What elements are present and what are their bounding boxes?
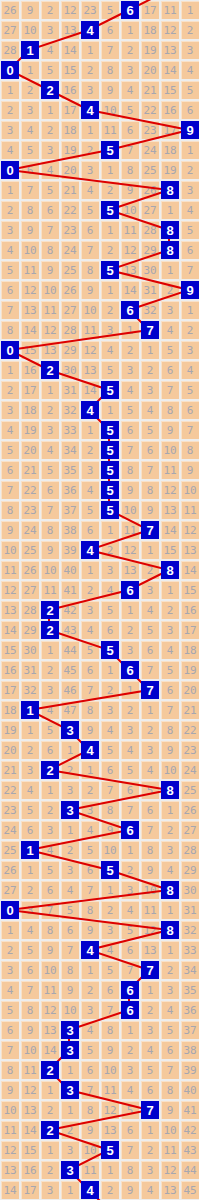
miss-count-cell: 13 [81, 361, 99, 379]
miss-count-cell: 4 [41, 161, 59, 179]
miss-count-cell: 3 [61, 1141, 79, 1159]
miss-count-cell: 10 [101, 841, 119, 859]
miss-count-cell: 3 [121, 61, 139, 79]
miss-count-cell: 13 [61, 21, 79, 39]
miss-count-cell: 1 [121, 321, 139, 339]
miss-count-cell: 6 [1, 281, 19, 299]
drawn-digit-cell: 3 [61, 801, 79, 819]
miss-count-cell: 5 [121, 921, 139, 939]
miss-count-cell: 3 [181, 41, 199, 59]
miss-count-cell: 5 [81, 1041, 99, 1059]
miss-count-cell: 17 [21, 1181, 39, 1199]
miss-count-cell: 5 [81, 201, 99, 219]
miss-count-cell: 4 [101, 581, 119, 599]
miss-count-cell: 2 [101, 901, 119, 919]
miss-count-cell: 8 [41, 521, 59, 539]
miss-count-cell: 6 [81, 661, 99, 679]
miss-count-cell: 2 [1, 941, 19, 959]
miss-count-cell: 3 [121, 721, 139, 739]
miss-count-cell: 3 [81, 461, 99, 479]
miss-count-cell: 1 [161, 261, 179, 279]
miss-count-cell: 10 [121, 501, 139, 519]
miss-count-cell: 9 [41, 261, 59, 279]
miss-count-cell: 44 [61, 641, 79, 659]
miss-count-cell: 29 [61, 341, 79, 359]
miss-count-cell: 19 [1, 721, 19, 739]
miss-count-cell: 9 [121, 181, 139, 199]
miss-count-cell: 3 [141, 381, 159, 399]
drawn-digit-cell: 8 [161, 881, 179, 899]
miss-count-cell: 14 [21, 1121, 39, 1139]
miss-count-cell: 25 [21, 541, 39, 559]
miss-count-cell: 1 [141, 541, 159, 559]
miss-count-cell: 2 [41, 1, 59, 19]
miss-count-cell: 3 [21, 901, 39, 919]
miss-count-cell: 11 [1, 1121, 19, 1139]
miss-count-cell: 3 [41, 141, 59, 159]
miss-count-cell: 8 [121, 461, 139, 479]
miss-count-cell: 25 [1, 841, 19, 859]
miss-count-cell: 4 [161, 1001, 179, 1019]
drawn-digit-cell: 4 [81, 101, 99, 119]
miss-count-cell: 7 [41, 501, 59, 519]
drawn-digit-cell: 2 [41, 761, 59, 779]
miss-count-cell: 2 [121, 41, 139, 59]
miss-count-cell: 1 [81, 121, 99, 139]
drawn-digit-cell: 2 [41, 601, 59, 619]
miss-count-cell: 6 [121, 1121, 139, 1139]
miss-count-cell: 12 [21, 1081, 39, 1099]
miss-count-cell: 28 [61, 321, 79, 339]
miss-count-cell: 30 [61, 361, 79, 379]
miss-count-cell: 21 [141, 81, 159, 99]
miss-count-cell: 2 [121, 701, 139, 719]
miss-count-cell: 1 [121, 21, 139, 39]
miss-count-cell: 3 [41, 21, 59, 39]
miss-count-cell: 2 [141, 561, 159, 579]
miss-count-cell: 29 [21, 621, 39, 639]
drawn-digit-cell: 3 [61, 1161, 79, 1179]
miss-count-cell: 27 [141, 201, 159, 219]
miss-count-cell: 7 [161, 701, 179, 719]
miss-count-cell: 7 [81, 681, 99, 699]
miss-count-cell: 21 [1, 761, 19, 779]
miss-count-cell: 4 [41, 701, 59, 719]
miss-count-cell: 24 [141, 141, 159, 159]
miss-count-cell: 20 [141, 61, 159, 79]
miss-count-cell: 45 [181, 1181, 199, 1199]
miss-count-cell: 23 [141, 121, 159, 139]
miss-count-cell: 14 [61, 41, 79, 59]
miss-count-cell: 8 [81, 901, 99, 919]
miss-count-cell: 5 [141, 1061, 159, 1079]
miss-count-cell: 18 [61, 121, 79, 139]
miss-count-cell: 5 [161, 1021, 179, 1039]
miss-count-cell: 3 [1, 961, 19, 979]
miss-count-cell: 13 [141, 941, 159, 959]
miss-count-cell: 13 [1, 601, 19, 619]
miss-count-cell: 4 [121, 741, 139, 759]
miss-count-cell: 13 [161, 501, 179, 519]
miss-count-cell: 2 [1, 101, 19, 119]
miss-count-cell: 2 [121, 861, 139, 879]
miss-count-cell: 17 [1, 681, 19, 699]
miss-count-cell: 25 [61, 261, 79, 279]
miss-count-cell: 8 [101, 1021, 119, 1039]
miss-count-cell: 2 [121, 341, 139, 359]
drawn-digit-cell: 4 [81, 1181, 99, 1199]
miss-count-cell: 1 [101, 401, 119, 419]
miss-count-cell: 1 [81, 41, 99, 59]
miss-count-cell: 8 [141, 841, 159, 859]
miss-count-cell: 16 [21, 361, 39, 379]
miss-count-cell: 5 [61, 901, 79, 919]
miss-count-cell: 7 [181, 261, 199, 279]
miss-count-cell: 2 [41, 801, 59, 819]
miss-count-cell: 10 [1, 541, 19, 559]
miss-count-cell: 3 [121, 881, 139, 899]
miss-count-cell: 13 [181, 541, 199, 559]
miss-count-cell: 5 [101, 1, 119, 19]
miss-count-cell: 7 [141, 461, 159, 479]
miss-count-cell: 14 [41, 1041, 59, 1059]
miss-count-cell: 1 [141, 981, 159, 999]
drawn-digit-cell: 7 [141, 521, 159, 539]
miss-count-cell: 7 [161, 381, 179, 399]
miss-count-cell: 1 [181, 1, 199, 19]
miss-count-cell: 19 [21, 421, 39, 439]
miss-count-cell: 7 [101, 41, 119, 59]
miss-count-cell: 9 [141, 501, 159, 519]
miss-count-cell: 15 [161, 81, 179, 99]
miss-count-cell: 4 [121, 81, 139, 99]
miss-count-cell: 3 [1, 121, 19, 139]
miss-count-cell: 3 [161, 621, 179, 639]
miss-count-cell: 6 [1, 461, 19, 479]
miss-count-cell: 8 [181, 441, 199, 459]
miss-count-cell: 3 [141, 581, 159, 599]
miss-count-cell: 9 [81, 921, 99, 939]
miss-count-cell: 8 [121, 161, 139, 179]
miss-count-cell: 17 [21, 381, 39, 399]
miss-count-cell: 35 [181, 981, 199, 999]
miss-count-cell: 30 [21, 641, 39, 659]
miss-count-cell: 2 [21, 881, 39, 899]
miss-count-cell: 4 [21, 121, 39, 139]
miss-count-cell: 13 [41, 341, 59, 359]
miss-count-cell: 8 [1, 321, 19, 339]
miss-count-cell: 28 [181, 841, 199, 859]
miss-count-cell: 4 [41, 41, 59, 59]
miss-count-cell: 12 [81, 341, 99, 359]
miss-count-cell: 8 [41, 921, 59, 939]
miss-count-cell: 23 [1, 801, 19, 819]
miss-count-cell: 8 [161, 401, 179, 419]
miss-count-cell: 3 [141, 1021, 159, 1039]
miss-count-cell: 7 [81, 881, 99, 899]
miss-count-cell: 9 [81, 281, 99, 299]
drawn-digit-cell: 6 [121, 301, 139, 319]
miss-count-cell: 4 [141, 1181, 159, 1199]
miss-count-cell: 28 [141, 221, 159, 239]
miss-count-cell: 11 [101, 121, 119, 139]
miss-count-cell: 1 [41, 1141, 59, 1159]
miss-count-cell: 7 [121, 961, 139, 979]
miss-count-cell: 2 [141, 361, 159, 379]
miss-count-cell: 1 [141, 341, 159, 359]
drawn-digit-cell: 0 [1, 161, 19, 179]
miss-count-cell: 34 [61, 441, 79, 459]
miss-count-cell: 14 [181, 561, 199, 579]
miss-count-cell: 14 [161, 61, 179, 79]
miss-count-cell: 1 [161, 941, 179, 959]
miss-count-cell: 19 [161, 161, 179, 179]
miss-count-cell: 12 [161, 1161, 179, 1179]
miss-count-cell: 31 [141, 281, 159, 299]
miss-count-cell: 5 [141, 781, 159, 799]
miss-count-cell: 14 [81, 381, 99, 399]
miss-count-cell: 22 [181, 721, 199, 739]
miss-count-cell: 3 [21, 761, 39, 779]
drawn-digit-cell: 4 [81, 541, 99, 559]
miss-count-cell: 7 [1, 1041, 19, 1059]
miss-count-cell: 41 [61, 581, 79, 599]
miss-count-cell: 3 [101, 701, 119, 719]
miss-count-cell: 12 [1, 1141, 19, 1159]
miss-count-cell: 1 [41, 1081, 59, 1099]
miss-count-cell: 6 [161, 681, 179, 699]
drawn-digit-cell: 0 [1, 901, 19, 919]
miss-count-cell: 32 [181, 921, 199, 939]
miss-count-cell: 29 [181, 861, 199, 879]
miss-count-cell: 2 [101, 681, 119, 699]
miss-count-cell: 4 [61, 881, 79, 899]
miss-count-cell: 10 [141, 881, 159, 899]
miss-count-cell: 23 [61, 221, 79, 239]
miss-count-cell: 18 [141, 21, 159, 39]
miss-count-cell: 10 [81, 301, 99, 319]
drawn-digit-cell: 5 [101, 441, 119, 459]
miss-count-cell: 43 [61, 621, 79, 639]
miss-count-cell: 4 [1, 981, 19, 999]
miss-count-cell: 2 [161, 961, 179, 979]
miss-count-cell: 26 [21, 561, 39, 579]
miss-count-cell: 43 [181, 1141, 199, 1159]
drawn-digit-cell: 9 [181, 121, 199, 139]
miss-count-cell: 12 [121, 241, 139, 259]
miss-count-cell: 1 [161, 901, 179, 919]
miss-count-cell: 21 [181, 701, 199, 719]
miss-count-cell: 18 [21, 401, 39, 419]
miss-count-cell: 19 [181, 661, 199, 679]
miss-count-cell: 23 [181, 741, 199, 759]
miss-count-cell: 2 [141, 1001, 159, 1019]
miss-count-cell: 1 [101, 521, 119, 539]
miss-count-cell: 2 [41, 1101, 59, 1119]
miss-count-cell: 5 [41, 861, 59, 879]
miss-count-cell: 13 [121, 561, 139, 579]
miss-count-cell: 4 [141, 601, 159, 619]
miss-count-cell: 6 [81, 1061, 99, 1079]
miss-count-cell: 11 [161, 1, 179, 19]
miss-count-cell: 10 [21, 21, 39, 39]
miss-count-cell: 1 [21, 61, 39, 79]
miss-count-cell: 2 [1, 381, 19, 399]
miss-count-cell: 35 [61, 461, 79, 479]
miss-count-cell: 17 [161, 121, 179, 139]
miss-count-cell: 3 [121, 641, 139, 659]
miss-count-cell: 32 [61, 401, 79, 419]
miss-count-cell: 6 [81, 221, 99, 239]
drawn-digit-cell: 8 [161, 241, 179, 259]
miss-count-cell: 1 [141, 1121, 159, 1139]
drawn-digit-cell: 6 [121, 1, 139, 19]
miss-count-cell: 4 [141, 401, 159, 419]
miss-count-cell: 28 [1, 41, 19, 59]
miss-count-cell: 13 [41, 1021, 59, 1039]
miss-count-cell: 4 [81, 1021, 99, 1039]
miss-count-cell: 4 [181, 361, 199, 379]
miss-count-cell: 19 [141, 41, 159, 59]
miss-count-cell: 3 [161, 981, 179, 999]
miss-count-cell: 37 [181, 1021, 199, 1039]
miss-count-cell: 10 [81, 1141, 99, 1159]
miss-count-cell: 33 [181, 941, 199, 959]
miss-count-cell: 2 [161, 821, 179, 839]
miss-count-cell: 9 [61, 981, 79, 999]
miss-count-cell: 5 [121, 101, 139, 119]
miss-count-cell: 38 [181, 1041, 199, 1059]
miss-count-cell: 5 [181, 221, 199, 239]
miss-count-cell: 8 [1, 501, 19, 519]
miss-count-cell: 17 [181, 621, 199, 639]
miss-count-cell: 7 [121, 141, 139, 159]
miss-count-cell: 5 [21, 941, 39, 959]
drawn-digit-cell: 5 [101, 261, 119, 279]
miss-count-cell: 3 [81, 81, 99, 99]
miss-count-cell: 11 [41, 981, 59, 999]
miss-count-cell: 4 [101, 721, 119, 739]
miss-count-cell: 31 [61, 381, 79, 399]
miss-count-cell: 9 [161, 741, 179, 759]
miss-count-cell: 14 [1, 1181, 19, 1199]
miss-count-cell: 10 [61, 1001, 79, 1019]
miss-count-cell: 8 [21, 1001, 39, 1019]
miss-count-cell: 14 [161, 521, 179, 539]
miss-count-cell: 15 [21, 1141, 39, 1159]
miss-count-cell: 9 [101, 1041, 119, 1059]
miss-count-cell: 4 [141, 1041, 159, 1059]
miss-count-cell: 6 [181, 241, 199, 259]
drawn-digit-cell: 6 [121, 981, 139, 999]
miss-count-cell: 5 [101, 741, 119, 759]
miss-count-cell: 5 [21, 801, 39, 819]
miss-count-cell: 4 [161, 861, 179, 879]
miss-count-cell: 7 [161, 1061, 179, 1079]
miss-count-cell: 22 [21, 481, 39, 499]
miss-count-cell: 4 [21, 781, 39, 799]
miss-count-cell: 5 [121, 1101, 139, 1119]
miss-count-cell: 6 [141, 641, 159, 659]
miss-count-cell: 1 [121, 601, 139, 619]
miss-count-cell: 22 [1, 781, 19, 799]
drawn-digit-cell: 2 [41, 1061, 59, 1079]
miss-count-cell: 42 [181, 1121, 199, 1139]
miss-count-cell: 7 [141, 821, 159, 839]
miss-count-cell: 6 [121, 121, 139, 139]
miss-count-cell: 4 [81, 481, 99, 499]
miss-count-cell: 1 [61, 1181, 79, 1199]
miss-count-cell: 2 [81, 61, 99, 79]
miss-count-cell: 16 [21, 1161, 39, 1179]
miss-count-cell: 4 [121, 1081, 139, 1099]
miss-count-cell: 5 [81, 641, 99, 659]
miss-count-cell: 11 [121, 521, 139, 539]
miss-count-cell: 1 [101, 1161, 119, 1179]
miss-count-cell: 24 [21, 521, 39, 539]
miss-count-cell: 12 [101, 1101, 119, 1119]
miss-count-cell: 6 [121, 781, 139, 799]
drawn-digit-cell: 3 [61, 1081, 79, 1099]
miss-count-cell: 6 [41, 201, 59, 219]
miss-count-cell: 7 [81, 1081, 99, 1099]
miss-count-cell: 1 [81, 561, 99, 579]
miss-count-cell: 25 [141, 161, 159, 179]
miss-count-cell: 4 [41, 441, 59, 459]
miss-count-cell: 1 [61, 821, 79, 839]
miss-count-cell: 12 [161, 21, 179, 39]
miss-count-cell: 5 [121, 761, 139, 779]
drawn-digit-cell: 0 [1, 341, 19, 359]
drawn-digit-cell: 3 [61, 1021, 79, 1039]
miss-count-cell: 3 [81, 1001, 99, 1019]
miss-count-cell: 2 [41, 121, 59, 139]
miss-count-cell: 11 [81, 1161, 99, 1179]
miss-count-cell: 46 [61, 681, 79, 699]
miss-count-cell: 13 [161, 41, 179, 59]
miss-count-cell: 40 [181, 1081, 199, 1099]
drawn-digit-cell: 5 [101, 501, 119, 519]
miss-count-cell: 3 [1, 221, 19, 239]
miss-count-cell: 16 [1, 661, 19, 679]
miss-count-cell: 3 [101, 921, 119, 939]
miss-count-cell: 15 [21, 341, 39, 359]
miss-count-cell: 22 [141, 101, 159, 119]
miss-count-cell: 1 [1, 181, 19, 199]
miss-count-cell: 2 [181, 21, 199, 39]
drawn-digit-cell: 5 [101, 141, 119, 159]
miss-count-cell: 11 [21, 1061, 39, 1079]
miss-count-cell: 9 [1, 521, 19, 539]
drawn-digit-cell: 9 [181, 281, 199, 299]
miss-count-cell: 5 [161, 341, 179, 359]
miss-count-cell: 30 [141, 261, 159, 279]
miss-count-cell: 1 [181, 301, 199, 319]
miss-count-cell: 31 [181, 901, 199, 919]
miss-count-cell: 9 [121, 481, 139, 499]
miss-count-cell: 2 [101, 541, 119, 559]
miss-count-cell: 5 [21, 141, 39, 159]
drawn-digit-cell: 2 [41, 81, 59, 99]
miss-count-cell: 3 [141, 1161, 159, 1179]
miss-count-cell: 3 [81, 801, 99, 819]
miss-count-cell: 2 [41, 1161, 59, 1179]
miss-count-cell: 2 [61, 1121, 79, 1139]
miss-count-cell: 1 [61, 1061, 79, 1079]
miss-count-cell: 39 [181, 1061, 199, 1079]
miss-count-cell: 19 [61, 141, 79, 159]
miss-count-cell: 4 [1, 241, 19, 259]
